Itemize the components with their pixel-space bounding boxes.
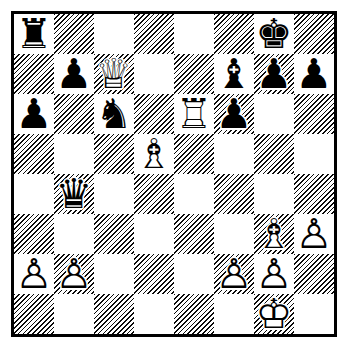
piece-bq-b4: ♛♛ (54, 174, 94, 214)
square-b8[interactable] (54, 14, 94, 54)
square-a5[interactable] (14, 134, 54, 174)
square-f3[interactable] (214, 214, 254, 254)
square-d5[interactable]: ♝♗ (134, 134, 174, 174)
square-c3[interactable] (94, 214, 134, 254)
square-g1[interactable]: ♚♔ (254, 294, 294, 334)
square-h7[interactable]: ♟♟ (294, 54, 334, 94)
square-h5[interactable] (294, 134, 334, 174)
square-e2[interactable] (174, 254, 214, 294)
square-h8[interactable] (294, 14, 334, 54)
square-g5[interactable] (254, 134, 294, 174)
piece-wb-d5: ♝♗ (134, 134, 174, 174)
square-a6[interactable]: ♟♟ (14, 94, 54, 134)
square-c6[interactable]: ♞♞ (94, 94, 134, 134)
piece-wr-e6: ♜♖ (174, 94, 214, 134)
piece-bp-a6: ♟♟ (14, 94, 54, 134)
square-e1[interactable] (174, 294, 214, 334)
square-g8[interactable]: ♚♚ (254, 14, 294, 54)
square-b7[interactable]: ♟♟ (54, 54, 94, 94)
black-piece-glyph: ♟ (254, 54, 294, 94)
piece-wq-c7: ♛♕ (94, 54, 134, 94)
piece-wp-b2: ♟♙ (54, 254, 94, 294)
square-g3[interactable]: ♝♗ (254, 214, 294, 254)
chess-diagram: ♜♜♚♚♟♟♛♕♝♝♟♟♟♟♟♟♞♞♜♖♟♟♝♗♛♛♝♗♟♙♟♙♟♙♟♙♟♙♚♔ (0, 0, 350, 350)
square-h1[interactable] (294, 294, 334, 334)
square-d1[interactable] (134, 294, 174, 334)
piece-bn-c6: ♞♞ (94, 94, 134, 134)
black-piece-glyph: ♜ (14, 14, 54, 54)
chess-board: ♜♜♚♚♟♟♛♕♝♝♟♟♟♟♟♟♞♞♜♖♟♟♝♗♛♛♝♗♟♙♟♙♟♙♟♙♟♙♚♔ (11, 11, 337, 337)
piece-wp-h3: ♟♙ (294, 214, 334, 254)
square-b1[interactable] (54, 294, 94, 334)
square-e4[interactable] (174, 174, 214, 214)
black-piece-glyph: ♟ (294, 54, 334, 94)
square-c2[interactable] (94, 254, 134, 294)
white-piece-glyph: ♙ (214, 254, 254, 294)
square-f7[interactable]: ♝♝ (214, 54, 254, 94)
square-e3[interactable] (174, 214, 214, 254)
square-c8[interactable] (94, 14, 134, 54)
black-piece-glyph: ♞ (94, 94, 134, 134)
square-f2[interactable]: ♟♙ (214, 254, 254, 294)
square-a3[interactable] (14, 214, 54, 254)
piece-bb-f7: ♝♝ (214, 54, 254, 94)
square-c4[interactable] (94, 174, 134, 214)
piece-bp-f6: ♟♟ (214, 94, 254, 134)
white-piece-glyph: ♙ (54, 254, 94, 294)
square-d4[interactable] (134, 174, 174, 214)
piece-bp-h7: ♟♟ (294, 54, 334, 94)
white-piece-glyph: ♕ (94, 54, 134, 94)
square-b6[interactable] (54, 94, 94, 134)
white-piece-glyph: ♙ (14, 254, 54, 294)
square-b3[interactable] (54, 214, 94, 254)
white-piece-glyph: ♗ (254, 214, 294, 254)
square-b5[interactable] (54, 134, 94, 174)
square-a1[interactable] (14, 294, 54, 334)
piece-br-a8: ♜♜ (14, 14, 54, 54)
square-e8[interactable] (174, 14, 214, 54)
square-h4[interactable] (294, 174, 334, 214)
piece-wp-a2: ♟♙ (14, 254, 54, 294)
square-d8[interactable] (134, 14, 174, 54)
square-a2[interactable]: ♟♙ (14, 254, 54, 294)
square-d2[interactable] (134, 254, 174, 294)
black-piece-glyph: ♛ (54, 174, 94, 214)
white-piece-glyph: ♔ (254, 294, 294, 334)
white-piece-glyph: ♙ (294, 214, 334, 254)
square-b4[interactable]: ♛♛ (54, 174, 94, 214)
square-d6[interactable] (134, 94, 174, 134)
white-piece-glyph: ♖ (174, 94, 214, 134)
square-h2[interactable] (294, 254, 334, 294)
black-piece-glyph: ♟ (214, 94, 254, 134)
square-g7[interactable]: ♟♟ (254, 54, 294, 94)
piece-wk-g1: ♚♔ (254, 294, 294, 334)
square-h6[interactable] (294, 94, 334, 134)
square-e7[interactable] (174, 54, 214, 94)
white-piece-glyph: ♗ (134, 134, 174, 174)
white-piece-glyph: ♙ (254, 254, 294, 294)
square-f6[interactable]: ♟♟ (214, 94, 254, 134)
black-piece-glyph: ♟ (14, 94, 54, 134)
piece-wb-g3: ♝♗ (254, 214, 294, 254)
square-a7[interactable] (14, 54, 54, 94)
square-d7[interactable] (134, 54, 174, 94)
square-a4[interactable] (14, 174, 54, 214)
square-e5[interactable] (174, 134, 214, 174)
square-h3[interactable]: ♟♙ (294, 214, 334, 254)
square-c5[interactable] (94, 134, 134, 174)
black-piece-glyph: ♚ (254, 14, 294, 54)
piece-wp-f2: ♟♙ (214, 254, 254, 294)
square-g4[interactable] (254, 174, 294, 214)
piece-bp-g7: ♟♟ (254, 54, 294, 94)
square-d3[interactable] (134, 214, 174, 254)
square-b2[interactable]: ♟♙ (54, 254, 94, 294)
square-a8[interactable]: ♜♜ (14, 14, 54, 54)
square-g2[interactable]: ♟♙ (254, 254, 294, 294)
black-piece-glyph: ♝ (214, 54, 254, 94)
square-g6[interactable] (254, 94, 294, 134)
black-piece-glyph: ♟ (54, 54, 94, 94)
piece-bp-b7: ♟♟ (54, 54, 94, 94)
square-c7[interactable]: ♛♕ (94, 54, 134, 94)
piece-wp-g2: ♟♙ (254, 254, 294, 294)
square-f5[interactable] (214, 134, 254, 174)
square-c1[interactable] (94, 294, 134, 334)
square-e6[interactable]: ♜♖ (174, 94, 214, 134)
square-f4[interactable] (214, 174, 254, 214)
square-f1[interactable] (214, 294, 254, 334)
piece-bk-g8: ♚♚ (254, 14, 294, 54)
square-f8[interactable] (214, 14, 254, 54)
